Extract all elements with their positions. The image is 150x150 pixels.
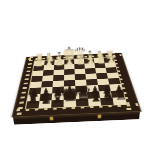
piece-black-knight: ♞ xyxy=(101,88,115,103)
piece-white-pawn: ♟ xyxy=(107,56,116,66)
piece-white-pawn: ♟ xyxy=(86,57,95,67)
board-front-edge xyxy=(13,111,140,125)
piece-white-pawn: ♟ xyxy=(45,59,54,69)
piece-white-pawn: ♟ xyxy=(97,56,106,66)
piece-black-rook: ♜ xyxy=(114,88,127,102)
chess-board: ♜♞♝♛♚♝♞♜♟♟♟♟♟♟♟♟♟♟♟♟♟♟♟♟♜♞♝♛♚♝♞♜ xyxy=(11,53,141,118)
piece-white-pawn: ♟ xyxy=(35,59,44,69)
piece-white-pawn: ♟ xyxy=(76,57,85,67)
product-photo: ♜♞♝♛♚♝♞♜♟♟♟♟♟♟♟♟♟♟♟♟♟♟♟♟♜♞♝♛♚♝♞♜ xyxy=(0,0,150,150)
piece-black-rook: ♜ xyxy=(27,92,40,106)
piece-black-king: ♚ xyxy=(60,83,80,105)
piece-white-pawn: ♟ xyxy=(66,58,75,68)
brass-clasp-icon xyxy=(50,117,54,121)
brass-clasp-icon xyxy=(98,114,102,118)
piece-white-pawn: ♟ xyxy=(55,58,64,68)
